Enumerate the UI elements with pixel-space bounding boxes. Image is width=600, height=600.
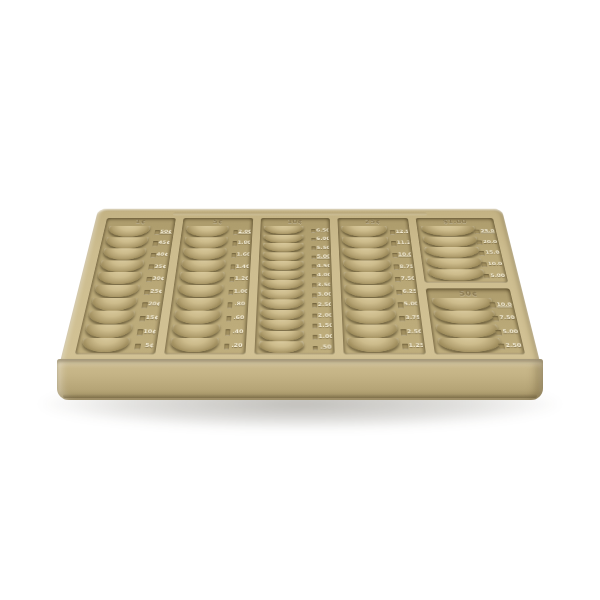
coin-slot: 12.50 [339, 226, 408, 237]
coin-slot: 45¢ [102, 237, 172, 248]
product-photo: 1¢50¢45¢40¢35¢30¢25¢20¢15¢10¢5¢5¢2.001.8… [0, 0, 600, 600]
capacity-value-label: 12.50 [395, 229, 407, 233]
coin-slot: 3.00 [259, 290, 331, 300]
capacity-value-label: 10.00 [398, 252, 410, 257]
coin-slot: 35¢ [96, 260, 168, 272]
coin-pocket [80, 338, 131, 352]
coin-track-nickels: 5¢2.001.801.601.401.201.00.80.60.40.20 [164, 218, 253, 355]
coin-slot: 6.50 [262, 226, 329, 235]
coin-slot: 8.75 [341, 260, 413, 272]
capacity-value-label: 2.50 [318, 302, 330, 307]
coin-pocket [104, 237, 149, 248]
coin-pocket [259, 320, 304, 330]
coin-slot: .20 [167, 338, 244, 352]
coin-track-quarters: 25¢12.5011.2510.008.757.506.255.003.752.… [337, 218, 426, 355]
coin-pocket [423, 247, 481, 258]
coin-slot: 5.00 [343, 298, 418, 311]
capacity-value-label: .40 [231, 328, 244, 334]
denomination-header-dimes: 10¢ [262, 218, 328, 225]
coin-slot: 3.50 [259, 280, 331, 290]
coin-slot: 1.40 [178, 260, 249, 272]
coin-pocket [177, 285, 224, 297]
capacity-value-label: 30¢ [152, 276, 165, 281]
coin-track-grid: 1¢50¢45¢40¢35¢30¢25¢20¢15¢10¢5¢5¢2.001.8… [75, 218, 525, 355]
capacity-value-label: 45¢ [158, 240, 170, 245]
capacity-value-label: 3.75 [405, 315, 418, 320]
capacity-value-label: 5.00 [490, 273, 505, 278]
coin-pocket [342, 248, 390, 259]
coin-slot: 10.00 [429, 298, 513, 311]
capacity-value-label: .80 [233, 301, 246, 306]
coin-slot: .40 [169, 324, 245, 338]
coin-pocket [174, 311, 223, 324]
capacity-value-label: 1.00 [318, 333, 331, 339]
coin-pocket [262, 270, 304, 279]
coin-pocket [263, 243, 304, 252]
coin-tray-front-face [57, 359, 543, 400]
coin-pocket [421, 236, 479, 246]
capacity-value-label: 6.25 [402, 289, 415, 294]
coin-slot: 1.00 [174, 285, 247, 298]
coin-track-dimes: 10¢6.506.005.505.004.504.003.503.002.502… [254, 218, 335, 355]
coin-pocket [264, 226, 304, 234]
coin-slot: 1.00 [257, 331, 333, 342]
capacity-value-label: 3.00 [317, 292, 329, 297]
coin-slot: 5.50 [261, 243, 329, 252]
coin-pocket [420, 226, 477, 236]
coin-pocket [102, 248, 148, 259]
coin-slot: 6.25 [342, 285, 416, 298]
denomination-header-half_dollars: 50¢ [427, 289, 510, 298]
coin-track-dollars: $1.0025.0020.0015.0010.005.00 [416, 218, 509, 283]
capacity-value-label: 8.75 [399, 264, 412, 269]
capacity-value-label: 5.00 [502, 329, 518, 335]
capacity-value-label: 1.20 [235, 276, 247, 281]
capacity-value-label: 1.40 [235, 264, 247, 269]
coin-track-half_dollars: 50¢10.007.505.002.50 [425, 288, 525, 354]
pocket-rows: 2.001.801.601.401.201.00.80.60.40.20 [167, 226, 251, 353]
capacity-value-label: 20¢ [147, 301, 160, 306]
coin-slot: 2.50 [344, 324, 422, 338]
denomination-header-pennies: 1¢ [107, 218, 174, 225]
capacity-value-label: 10.00 [496, 302, 511, 307]
coin-pocket [170, 338, 220, 352]
pocket-rows: 10.007.505.002.50 [429, 298, 523, 353]
coin-slot: .80 [173, 298, 247, 311]
coin-slot: 10¢ [81, 324, 159, 338]
capacity-value-label: 5.00 [317, 254, 329, 259]
coin-pocket [261, 290, 304, 300]
coin-pocket [260, 300, 304, 310]
capacity-value-label: 1.50 [318, 323, 331, 328]
coin-slot: 7.50 [342, 272, 415, 284]
capacity-value-label: 1.80 [237, 240, 249, 245]
coin-slot: 15¢ [84, 311, 160, 325]
coin-slot: 40¢ [99, 248, 170, 260]
capacity-value-label: 2.00 [238, 229, 250, 233]
denomination-header-nickels: 5¢ [184, 218, 251, 225]
coin-pocket [179, 272, 225, 284]
coin-pocket [87, 311, 137, 324]
capacity-value-label: 1.00 [234, 289, 247, 294]
coin-tray-top-surface: 1¢50¢45¢40¢35¢30¢25¢20¢15¢10¢5¢5¢2.001.8… [60, 209, 540, 362]
capacity-value-label: 25.00 [480, 229, 494, 233]
coin-slot: 3.75 [344, 311, 420, 325]
coin-pocket [184, 237, 228, 248]
coin-pocket [259, 331, 304, 342]
coin-pocket [262, 261, 304, 270]
coin-slot: 1.60 [180, 248, 250, 260]
coin-slot: 10.00 [341, 248, 412, 260]
coin-slot: 1.25 [345, 338, 424, 352]
coin-pocket [341, 226, 388, 237]
coin-pocket [96, 272, 144, 284]
capacity-value-label: 1.25 [408, 343, 422, 349]
capacity-value-label: 7.50 [499, 315, 514, 320]
coin-pocket [84, 324, 135, 338]
coin-slot: 6.00 [261, 234, 329, 243]
coin-pocket [345, 311, 397, 324]
coin-slot: 25.00 [418, 226, 495, 236]
capacity-value-label: .20 [230, 343, 243, 349]
coin-slot: .60 [171, 311, 246, 325]
coin-pocket [181, 260, 227, 272]
coin-pocket [262, 252, 304, 261]
coin-slot: 5.00 [433, 324, 520, 338]
capacity-value-label: 10¢ [143, 328, 157, 334]
coin-pocket [346, 324, 399, 338]
coin-slot: 20.00 [420, 236, 498, 247]
capacity-value-label: 6.50 [316, 228, 327, 232]
coin-pocket [426, 269, 486, 280]
track-dollars-and-half-dollars: $1.0025.0020.0015.0010.005.0050¢10.007.5… [416, 218, 526, 355]
coin-pocket [175, 298, 223, 311]
coin-slot: 5.00 [425, 269, 506, 281]
coin-pocket [434, 324, 500, 338]
capacity-value-label: 6.00 [316, 237, 328, 242]
coin-pocket [261, 280, 304, 289]
coin-pocket [90, 298, 139, 311]
coin-slot: 2.00 [183, 226, 251, 237]
coin-pocket [345, 298, 396, 311]
coin-pocket [258, 342, 304, 353]
coin-pocket [342, 237, 389, 248]
capacity-value-label: .50 [318, 344, 331, 350]
capacity-value-label: 2.00 [318, 312, 331, 317]
coin-slot: 1.50 [257, 320, 332, 331]
coin-slot: 4.00 [259, 270, 330, 279]
capacity-value-label: 5.50 [317, 245, 329, 250]
coin-pocket [182, 248, 227, 259]
coin-slot: 1.80 [181, 237, 250, 248]
coin-slot: 11.25 [340, 237, 410, 248]
coin-pocket [344, 285, 394, 297]
capacity-value-label: 7.50 [401, 276, 414, 281]
coin-slot: 2.50 [258, 300, 331, 310]
capacity-value-label: 35¢ [154, 264, 167, 269]
coin-slot: 20¢ [87, 298, 162, 311]
pocket-rows: 12.5011.2510.008.757.506.255.003.752.501… [339, 226, 423, 353]
coin-pocket [263, 234, 304, 242]
capacity-value-label: 4.00 [317, 273, 329, 278]
coin-track-pennies: 1¢50¢45¢40¢35¢30¢25¢20¢15¢10¢5¢ [75, 218, 176, 355]
capacity-value-label: 40¢ [156, 252, 168, 257]
capacity-value-label: 20.00 [483, 239, 497, 244]
coin-pocket [172, 324, 221, 338]
coin-slot: 1.20 [176, 272, 248, 284]
coin-slot: 4.50 [260, 261, 330, 270]
coin-slot: 15.00 [421, 247, 500, 258]
capacity-value-label: 4.50 [317, 263, 329, 268]
capacity-value-label: 5¢ [140, 343, 154, 349]
coin-pocket [107, 226, 152, 237]
coin-slot: 50¢ [104, 226, 173, 237]
coin-pocket [424, 258, 483, 269]
capacity-value-label: 5.00 [404, 301, 417, 306]
coin-slot: 25¢ [90, 285, 164, 298]
coin-slot: 30¢ [93, 272, 166, 284]
capacity-value-label: 3.50 [317, 282, 329, 287]
coin-pocket [343, 260, 392, 272]
coin-slot: 2.50 [435, 338, 523, 352]
capacity-value-label: .60 [232, 315, 245, 320]
coin-pocket [432, 311, 497, 324]
capacity-value-label: 15.00 [485, 250, 499, 255]
pocket-rows: 25.0020.0015.0010.005.00 [418, 226, 506, 281]
denomination-header-quarters: 25¢ [339, 218, 407, 225]
capacity-value-label: 2.50 [505, 343, 521, 349]
coin-pocket [430, 298, 494, 311]
capacity-value-label: 50¢ [160, 229, 172, 233]
denomination-header-dollars: $1.00 [417, 218, 493, 225]
coin-pocket [186, 226, 230, 237]
capacity-value-label: 11.25 [397, 240, 409, 245]
coin-pocket [436, 338, 503, 352]
coin-slot: 2.00 [258, 310, 332, 320]
pocket-rows: 50¢45¢40¢35¢30¢25¢20¢15¢10¢5¢ [77, 226, 173, 353]
coin-slot: 7.50 [431, 311, 517, 325]
coin-pocket [347, 338, 400, 352]
coin-pocket [99, 260, 146, 272]
coin-pocket [343, 272, 393, 284]
coin-slot: .50 [256, 342, 333, 353]
capacity-value-label: 10.00 [487, 261, 501, 266]
capacity-value-label: 2.50 [407, 328, 421, 334]
coin-slot: 10.00 [423, 258, 503, 269]
capacity-value-label: 15¢ [145, 315, 158, 320]
coin-pocket [260, 310, 304, 320]
coin-slot: 5.00 [260, 252, 329, 261]
coin-pocket [93, 285, 141, 297]
coin-slot: 5¢ [77, 338, 156, 352]
capacity-value-label: 1.60 [236, 252, 248, 257]
capacity-value-label: 25¢ [150, 289, 163, 294]
pocket-rows: 6.506.005.505.004.504.003.503.002.502.00… [256, 226, 333, 353]
